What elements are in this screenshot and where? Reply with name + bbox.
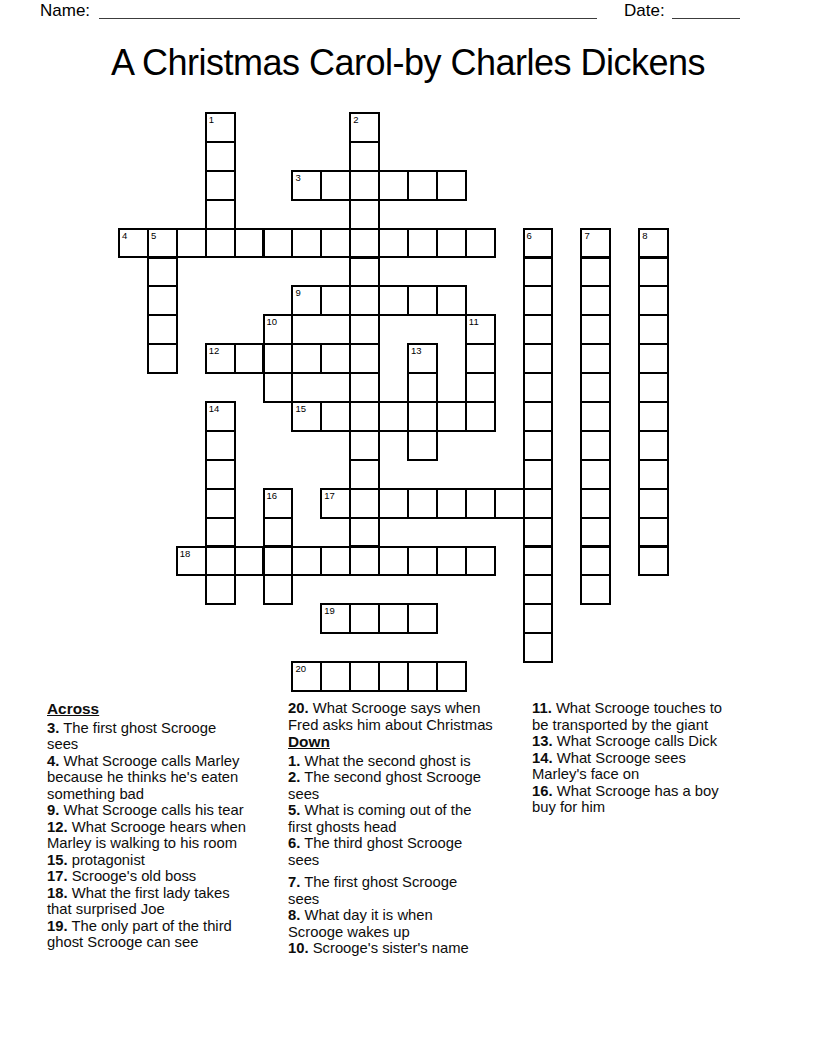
clue-item: 9. What Scrooge calls his tear (47, 802, 271, 819)
clue-number: 6. (288, 835, 300, 851)
grid-cell[interactable] (320, 546, 351, 577)
grid-cell[interactable] (349, 199, 380, 230)
grid-cell[interactable]: 6 (523, 228, 554, 259)
crossword-worksheet: Name: Date: A Christmas Carol-by Charles… (0, 0, 816, 1056)
clue-text: The only part of the third ghost Scrooge… (47, 918, 232, 951)
grid-cell[interactable] (378, 285, 409, 316)
clue-item: 12. What Scrooge hears when Marley is wa… (47, 819, 271, 852)
grid-cell[interactable] (523, 488, 554, 519)
grid-cell[interactable] (205, 228, 236, 259)
clue-text: The third ghost Scrooge sees (288, 835, 462, 868)
grid-cell[interactable] (291, 343, 322, 374)
grid-cell[interactable] (407, 228, 438, 259)
grid-cell[interactable] (465, 228, 496, 259)
clue-number: 13. (532, 733, 553, 749)
grid-cell[interactable] (407, 401, 438, 432)
clue-item: 19. The only part of the third ghost Scr… (47, 918, 271, 951)
grid-cell[interactable] (147, 285, 178, 316)
grid-cell[interactable] (349, 546, 380, 577)
grid-cell[interactable]: 15 (291, 401, 322, 432)
grid-cell[interactable] (205, 574, 236, 605)
grid-cell[interactable] (638, 546, 669, 577)
grid-cell[interactable] (349, 430, 380, 461)
clue-number: 1. (288, 753, 300, 769)
cell-number: 16 (267, 490, 278, 501)
clue-number: 8. (288, 907, 300, 923)
grid-cell[interactable] (523, 603, 554, 634)
cell-number: 9 (295, 287, 300, 298)
clue-item: 14. What Scrooge sees Marley's face on (532, 750, 768, 783)
grid-cell[interactable] (523, 257, 554, 288)
grid-cell[interactable] (349, 517, 380, 548)
grid-cell[interactable] (349, 141, 380, 172)
cell-number: 2 (353, 114, 358, 125)
clue-item: 15. protagonist (47, 852, 271, 869)
grid-cell[interactable] (580, 517, 611, 548)
clue-item: 7. The first ghost Scrooge sees (288, 874, 526, 907)
clue-number: 10. (288, 940, 309, 956)
clue-item: 5. What is coming out of the first ghost… (288, 802, 526, 835)
cell-number: 5 (151, 230, 156, 241)
grid-cell[interactable]: 20 (291, 661, 322, 692)
grid-cell[interactable] (378, 546, 409, 577)
clue-text: The second ghost Scrooge sees (288, 769, 481, 802)
clue-item: 3. The first ghost Scrooge sees (47, 720, 271, 753)
grid-cell[interactable] (465, 343, 496, 374)
grid-cell[interactable] (205, 430, 236, 461)
grid-cell[interactable] (205, 488, 236, 519)
grid-cell[interactable] (638, 517, 669, 548)
clue-list-header: Across (47, 701, 271, 718)
clue-item: 10. Scrooge's sister's name (288, 940, 526, 957)
grid-cell[interactable] (263, 517, 294, 548)
grid-cell[interactable] (638, 257, 669, 288)
grid-cell[interactable]: 12 (205, 343, 236, 374)
cell-number: 13 (411, 345, 422, 356)
grid-cell[interactable] (494, 488, 525, 519)
grid-cell[interactable] (147, 343, 178, 374)
grid-cell[interactable] (580, 343, 611, 374)
grid-cell[interactable] (263, 574, 294, 605)
grid-cell[interactable] (320, 343, 351, 374)
grid-cell[interactable] (349, 488, 380, 519)
grid-cell[interactable] (320, 170, 351, 201)
clue-text: What Scrooge calls his tear (59, 802, 243, 818)
grid-cell[interactable] (580, 257, 611, 288)
grid-cell[interactable] (436, 285, 467, 316)
grid-cell[interactable] (263, 228, 294, 259)
clue-number: 2. (288, 769, 300, 785)
clue-number: 14. (532, 750, 553, 766)
grid-cell[interactable]: 3 (291, 170, 322, 201)
grid-cell[interactable] (436, 661, 467, 692)
grid-cell[interactable] (523, 517, 554, 548)
cell-number: 12 (209, 345, 220, 356)
grid-cell[interactable]: 10 (263, 314, 294, 345)
grid-cell[interactable]: 11 (465, 314, 496, 345)
clue-number: 16. (532, 783, 553, 799)
grid-cell[interactable] (349, 228, 380, 259)
clue-column-middle: 20. What Scrooge says when Fred asks him… (288, 700, 526, 957)
grid-cell[interactable] (349, 170, 380, 201)
cell-number: 14 (209, 403, 220, 414)
grid-cell[interactable]: 5 (147, 228, 178, 259)
grid-cell[interactable] (436, 488, 467, 519)
grid-cell[interactable] (378, 488, 409, 519)
grid-cell[interactable] (580, 430, 611, 461)
grid-cell[interactable] (407, 603, 438, 634)
clue-item: 16. What Scrooge has a boy buy for him (532, 783, 768, 816)
grid-cell[interactable] (205, 546, 236, 577)
grid-cell[interactable] (465, 401, 496, 432)
grid-cell[interactable] (234, 546, 265, 577)
cell-number: 8 (642, 230, 647, 241)
grid-cell[interactable] (436, 170, 467, 201)
clue-text: Scrooge's old boss (68, 868, 197, 884)
grid-cell[interactable] (320, 285, 351, 316)
clue-item: 17. Scrooge's old boss (47, 868, 271, 885)
grid-cell[interactable] (349, 401, 380, 432)
clue-item: 20. What Scrooge says when Fred asks him… (288, 700, 526, 733)
grid-cell[interactable]: 19 (320, 603, 351, 634)
clue-text: What Scrooge calls Marley because he thi… (47, 753, 239, 802)
grid-cell[interactable] (580, 372, 611, 403)
clue-text: protagonist (68, 852, 145, 868)
grid-cell[interactable] (580, 574, 611, 605)
grid-cell[interactable] (147, 314, 178, 345)
grid-cell[interactable] (523, 343, 554, 374)
grid-cell[interactable] (349, 343, 380, 374)
grid-cell[interactable] (205, 199, 236, 230)
cell-number: 6 (527, 230, 532, 241)
grid-cell[interactable] (378, 661, 409, 692)
grid-cell[interactable] (580, 488, 611, 519)
grid-cell[interactable] (407, 488, 438, 519)
grid-cell[interactable]: 16 (263, 488, 294, 519)
grid-cell[interactable] (349, 603, 380, 634)
grid-cell[interactable] (291, 546, 322, 577)
grid-cell[interactable] (436, 228, 467, 259)
clue-item: 1. What the second ghost is (288, 753, 526, 770)
cell-number: 20 (295, 663, 306, 674)
grid-cell[interactable] (407, 372, 438, 403)
grid-cell[interactable] (349, 661, 380, 692)
grid-cell[interactable] (436, 401, 467, 432)
clue-item: 13. What Scrooge calls Dick (532, 733, 768, 750)
clue-number: 3. (47, 720, 59, 736)
grid-cell[interactable] (320, 661, 351, 692)
cell-number: 18 (180, 548, 191, 559)
grid-cell[interactable] (638, 314, 669, 345)
grid-cell[interactable] (234, 343, 265, 374)
grid-cell[interactable] (580, 401, 611, 432)
grid-cell[interactable] (523, 314, 554, 345)
cell-number: 15 (295, 403, 306, 414)
cell-number: 17 (324, 490, 335, 501)
grid-cell[interactable] (638, 285, 669, 316)
clue-number: 12. (47, 819, 68, 835)
grid-cell[interactable] (523, 459, 554, 490)
grid-cell[interactable]: 1 (205, 112, 236, 143)
clue-text: What Scrooge touches to be transported b… (532, 700, 722, 733)
grid-cell[interactable] (407, 285, 438, 316)
clue-number: 7. (288, 874, 300, 890)
grid-cell[interactable]: 7 (580, 228, 611, 259)
grid-cell[interactable] (263, 372, 294, 403)
grid-cell[interactable] (263, 546, 294, 577)
clue-number: 19. (47, 918, 68, 934)
grid-cell[interactable] (638, 372, 669, 403)
grid-cell[interactable] (147, 257, 178, 288)
grid-cell[interactable] (407, 546, 438, 577)
grid-cell[interactable] (638, 488, 669, 519)
clue-item: 4. What Scrooge calls Marley because he … (47, 753, 271, 803)
clue-text: Scrooge's sister's name (309, 940, 469, 956)
grid-cell[interactable] (523, 285, 554, 316)
grid-cell[interactable] (523, 372, 554, 403)
grid-cell[interactable] (407, 430, 438, 461)
grid-cell[interactable] (320, 401, 351, 432)
grid-cell[interactable] (378, 228, 409, 259)
clue-item: 6. The third ghost Scrooge sees (288, 835, 526, 868)
cell-number: 19 (324, 605, 335, 616)
clue-item: 2. The second ghost Scrooge sees (288, 769, 526, 802)
grid-cell[interactable] (523, 401, 554, 432)
grid-cell[interactable]: 18 (176, 546, 207, 577)
grid-cell[interactable] (580, 314, 611, 345)
grid-cell[interactable] (349, 314, 380, 345)
grid-cell[interactable] (320, 228, 351, 259)
grid-cell[interactable] (523, 546, 554, 577)
grid-cell[interactable] (378, 401, 409, 432)
grid-cell[interactable] (205, 170, 236, 201)
grid-cell[interactable] (436, 546, 467, 577)
clue-text: The first ghost Scrooge sees (288, 874, 457, 907)
clue-text: What Scrooge says when Fred asks him abo… (288, 700, 493, 733)
clue-text: What Scrooge sees Marley's face on (532, 750, 686, 783)
cell-number: 4 (122, 230, 127, 241)
grid-cell[interactable] (378, 603, 409, 634)
grid-cell[interactable]: 4 (118, 228, 149, 259)
grid-cell[interactable] (638, 459, 669, 490)
clue-item: 8. What day it is when Scrooge wakes up (288, 907, 526, 940)
grid-cell[interactable] (580, 285, 611, 316)
grid-cell[interactable] (378, 170, 409, 201)
grid-cell[interactable] (465, 546, 496, 577)
grid-cell[interactable] (407, 170, 438, 201)
grid-cell[interactable] (465, 372, 496, 403)
clue-number: 11. (532, 700, 552, 716)
grid-cell[interactable]: 17 (320, 488, 351, 519)
clue-column-right: 11. What Scrooge touches to be transport… (532, 700, 768, 816)
cell-number: 1 (209, 114, 214, 125)
clue-text: The first ghost Scrooge sees (47, 720, 216, 753)
clue-text: What the first lady takes that surprised… (47, 885, 230, 918)
grid-cell[interactable] (465, 488, 496, 519)
clue-text: What day it is when Scrooge wakes up (288, 907, 433, 940)
grid-cell[interactable] (638, 343, 669, 374)
clue-text: What Scrooge has a boy buy for him (532, 783, 719, 816)
cell-number: 7 (584, 230, 589, 241)
clue-text: What the second ghost is (300, 753, 470, 769)
grid-cell[interactable] (205, 517, 236, 548)
grid-cell[interactable] (580, 459, 611, 490)
clue-text: What Scrooge calls Dick (553, 733, 717, 749)
clue-number: 15. (47, 852, 68, 868)
clue-number: 17. (47, 868, 68, 884)
grid-cell[interactable] (523, 574, 554, 605)
grid-cell[interactable] (349, 285, 380, 316)
clue-column-across: Across3. The first ghost Scrooge sees4. … (47, 700, 271, 951)
clue-number: 4. (47, 753, 59, 769)
grid-cell[interactable]: 13 (407, 343, 438, 374)
cell-number: 3 (295, 172, 300, 183)
grid-cell[interactable] (263, 343, 294, 374)
grid-cell[interactable]: 9 (291, 285, 322, 316)
grid-cell[interactable] (291, 228, 322, 259)
grid-cell[interactable] (580, 546, 611, 577)
grid-cell[interactable] (638, 430, 669, 461)
grid-cell[interactable] (234, 228, 265, 259)
grid-cell[interactable] (349, 372, 380, 403)
grid-cell[interactable] (205, 141, 236, 172)
grid-cell[interactable] (349, 257, 380, 288)
grid-cell[interactable] (176, 228, 207, 259)
grid-cell[interactable] (638, 401, 669, 432)
clue-list-header: Down (288, 734, 526, 751)
clue-item: 18. What the first lady takes that surpr… (47, 885, 271, 918)
grid-cell[interactable] (523, 632, 554, 663)
clue-item: 11. What Scrooge touches to be transport… (532, 700, 768, 733)
clue-number: 5. (288, 802, 300, 818)
clue-number: 20. (288, 700, 309, 716)
clue-text: What is coming out of the first ghosts h… (288, 802, 471, 835)
grid-cell[interactable]: 14 (205, 401, 236, 432)
clue-number: 9. (47, 802, 59, 818)
grid-cell[interactable] (349, 459, 380, 490)
grid-cell[interactable] (205, 459, 236, 490)
grid-cell[interactable]: 8 (638, 228, 669, 259)
clue-text: What Scrooge hears when Marley is walkin… (47, 819, 246, 852)
grid-cell[interactable] (523, 430, 554, 461)
grid-cell[interactable]: 2 (349, 112, 380, 143)
clue-number: 18. (47, 885, 68, 901)
cell-number: 10 (267, 316, 278, 327)
grid-cell[interactable] (407, 661, 438, 692)
cell-number: 11 (469, 316, 479, 327)
